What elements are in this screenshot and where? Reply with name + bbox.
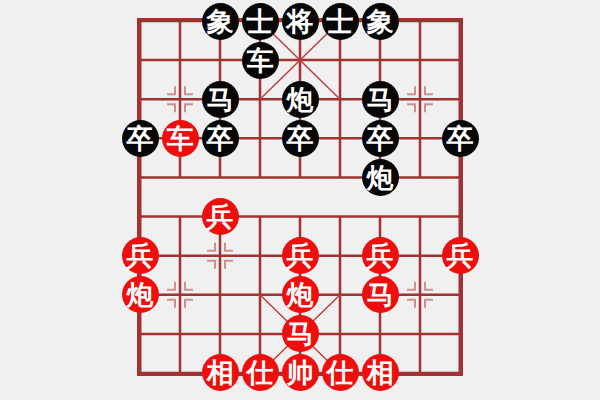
piece-red-advisor[interactable]: 仕 — [322, 354, 359, 391]
piece-red-advisor[interactable]: 仕 — [242, 354, 279, 391]
piece-red-soldier[interactable]: 兵 — [122, 237, 159, 274]
piece-black-general[interactable]: 将 — [282, 3, 319, 40]
piece-red-elephant[interactable]: 相 — [362, 354, 399, 391]
piece-red-soldier[interactable]: 兵 — [362, 237, 399, 274]
piece-red-chariot[interactable]: 车 — [162, 120, 199, 157]
piece-red-horse[interactable]: 马 — [282, 315, 319, 352]
piece-black-advisor[interactable]: 士 — [242, 3, 279, 40]
piece-black-soldier[interactable]: 卒 — [202, 120, 239, 157]
piece-black-soldier[interactable]: 卒 — [282, 120, 319, 157]
piece-black-soldier[interactable]: 卒 — [442, 120, 479, 157]
piece-black-advisor[interactable]: 士 — [322, 3, 359, 40]
piece-red-cannon[interactable]: 炮 — [122, 276, 159, 313]
piece-red-horse[interactable]: 马 — [362, 276, 399, 313]
piece-black-chariot[interactable]: 车 — [242, 42, 279, 79]
xiangqi-board: 象士将士象车马炮马卒车卒卒卒卒炮兵兵兵兵兵炮炮马马相仕帅仕相 — [0, 0, 600, 400]
piece-red-soldier[interactable]: 兵 — [282, 237, 319, 274]
piece-red-general[interactable]: 帅 — [282, 354, 319, 391]
piece-black-soldier[interactable]: 卒 — [362, 120, 399, 157]
piece-red-cannon[interactable]: 炮 — [282, 276, 319, 313]
piece-black-soldier[interactable]: 卒 — [122, 120, 159, 157]
piece-black-cannon[interactable]: 炮 — [362, 159, 399, 196]
piece-black-cannon[interactable]: 炮 — [282, 81, 319, 118]
piece-black-horse[interactable]: 马 — [362, 81, 399, 118]
piece-red-soldier[interactable]: 兵 — [442, 237, 479, 274]
piece-black-horse[interactable]: 马 — [202, 81, 239, 118]
piece-black-elephant[interactable]: 象 — [362, 3, 399, 40]
piece-black-elephant[interactable]: 象 — [202, 3, 239, 40]
piece-red-soldier[interactable]: 兵 — [202, 198, 239, 235]
piece-red-elephant[interactable]: 相 — [202, 354, 239, 391]
